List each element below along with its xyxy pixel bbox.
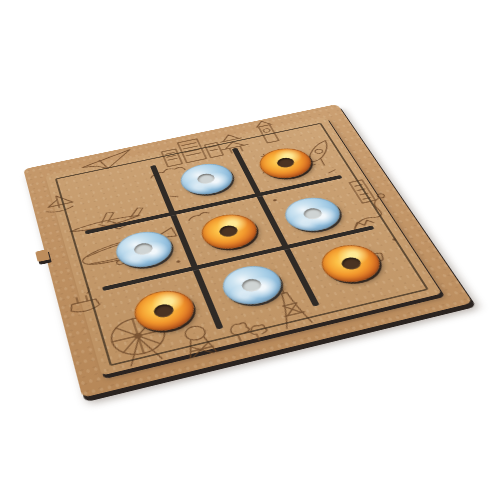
blue-ring-hole <box>301 207 324 221</box>
orange-ring-hole <box>152 302 175 319</box>
orange-ring-hole <box>275 157 296 169</box>
orange-ring-hole <box>339 256 363 271</box>
blue-ring-hole <box>240 277 264 293</box>
piece-orange-ring[interactable] <box>129 286 200 337</box>
piece-orange-ring[interactable] <box>254 144 319 182</box>
orange-ring-hole <box>218 224 240 238</box>
blue-ring-hole <box>133 242 155 257</box>
game-board <box>23 104 472 398</box>
piece-blue-ring[interactable] <box>111 227 177 272</box>
piece-blue-ring[interactable] <box>278 193 347 236</box>
piece-orange-ring[interactable] <box>314 240 388 287</box>
piece-orange-ring[interactable] <box>196 210 264 254</box>
piece-blue-ring[interactable] <box>175 159 238 198</box>
blue-ring-hole <box>196 172 217 185</box>
piece-blue-ring[interactable] <box>216 261 289 310</box>
